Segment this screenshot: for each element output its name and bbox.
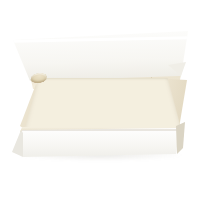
product-photo-cupcake-box: [0, 0, 200, 200]
cupcake-insert-wrapper: [24, 44, 182, 132]
insert-cavity: [29, 73, 47, 83]
cupcake-insert-grid: [24, 78, 182, 132]
box-left-outer-wall: [12, 130, 23, 157]
lid-top-edge-highlight: [13, 36, 188, 43]
box-front-panel: [19, 128, 179, 157]
